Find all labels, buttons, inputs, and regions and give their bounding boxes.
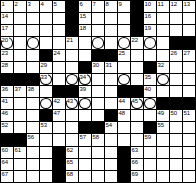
grid-cell-r11c6[interactable] <box>66 122 78 133</box>
clue-number: 69 <box>132 171 139 177</box>
grid-cell-r5c6[interactable] <box>66 50 78 61</box>
grid-cell-r7c10[interactable] <box>118 74 130 85</box>
clue-number: 13 <box>184 1 191 7</box>
grid-cell-r14c13[interactable] <box>157 159 169 170</box>
grid-cell-r9c5[interactable]: 42 <box>53 98 65 109</box>
grid-cell-r3c5[interactable] <box>53 25 65 36</box>
grid-cell-r7c11[interactable] <box>131 74 143 85</box>
grid-cell-r13c15[interactable] <box>183 147 195 158</box>
clue-number: 63 <box>132 147 139 153</box>
clue-number: 12 <box>171 1 178 7</box>
grid-cell-r1c4[interactable]: 4 <box>40 1 52 12</box>
grid-cell-r6c6[interactable] <box>66 62 78 73</box>
grid-cell-r8c13[interactable] <box>157 86 169 97</box>
grid-cell-r3c9[interactable] <box>105 25 117 36</box>
grid-cell-r4c10[interactable] <box>118 37 130 48</box>
clue-number: 15 <box>80 13 87 19</box>
grid-cell-r6c15[interactable] <box>183 62 195 73</box>
grid-cell-r15c15[interactable] <box>183 171 195 182</box>
block-cell-r7c1 <box>1 74 13 85</box>
grid-cell-r14c3[interactable] <box>27 159 39 170</box>
grid-cell-r15c11[interactable]: 69 <box>131 171 143 182</box>
grid-cell-r6c13[interactable]: 32 <box>157 62 169 73</box>
grid-cell-r15c2[interactable] <box>14 171 26 182</box>
grid-cell-r1c13[interactable]: 11 <box>157 1 169 12</box>
grid-cell-r11c10[interactable] <box>118 122 130 133</box>
clue-number: 21 <box>67 37 74 43</box>
block-cell-r6c12 <box>144 62 156 73</box>
grid-cell-r15c8[interactable] <box>92 171 104 182</box>
grid-cell-r4c2[interactable] <box>14 37 26 48</box>
grid-cell-r6c3[interactable] <box>27 62 39 73</box>
block-cell-r11c8 <box>92 122 104 133</box>
block-cell-r10c4 <box>40 110 52 121</box>
grid-cell-r15c7[interactable] <box>79 171 91 182</box>
grid-cell-r3c14[interactable] <box>170 25 182 36</box>
grid-cell-r9c8[interactable] <box>92 98 104 109</box>
clue-number: 29 <box>41 62 48 68</box>
grid-cell-r13c4[interactable] <box>40 147 52 158</box>
clue-number: 6 <box>80 1 84 7</box>
grid-cell-r5c7[interactable] <box>79 50 91 61</box>
grid-cell-r8c12[interactable]: 40 <box>144 86 156 97</box>
grid-cell-r7c7[interactable]: 34 <box>79 74 91 85</box>
crossword-board: 1234567891011121314151617181920212223242… <box>0 0 196 183</box>
clue-number: 62 <box>67 147 74 153</box>
clue-number: 56 <box>28 134 35 140</box>
grid-cell-r8c14[interactable] <box>170 86 182 97</box>
grid-cell-r7c14[interactable] <box>170 74 182 85</box>
clue-number: 35 <box>145 74 152 80</box>
grid-cell-r4c3[interactable] <box>27 37 39 48</box>
grid-cell-r15c13[interactable] <box>157 171 169 182</box>
block-cell-r12c1 <box>1 134 13 145</box>
grid-cell-r7c8[interactable] <box>92 74 104 85</box>
clue-number: 18 <box>80 25 87 31</box>
grid-cell-r3c4[interactable] <box>40 25 52 36</box>
grid-cell-r13c1[interactable]: 60 <box>1 147 13 158</box>
grid-cell-r1c3[interactable]: 3 <box>27 1 39 12</box>
block-cell-r12c2 <box>14 134 26 145</box>
grid-cell-r8c3[interactable]: 38 <box>27 86 39 97</box>
grid-cell-r3c2[interactable] <box>14 25 26 36</box>
clue-number: 44 <box>119 98 126 104</box>
grid-cell-r12c4[interactable] <box>40 134 52 145</box>
grid-cell-r1c9[interactable]: 8 <box>105 1 117 12</box>
grid-cell-r4c7[interactable] <box>79 37 91 48</box>
grid-cell-r7c6[interactable] <box>66 74 78 85</box>
grid-cell-r15c14[interactable] <box>170 171 182 182</box>
block-cell-r15c10 <box>118 171 130 182</box>
grid-cell-r5c11[interactable] <box>131 50 143 61</box>
clue-number: 25 <box>119 50 126 56</box>
block-cell-r2c6 <box>66 13 78 24</box>
clue-number: 57 <box>80 134 87 140</box>
grid-cell-r15c9[interactable] <box>105 171 117 182</box>
grid-cell-r2c2[interactable] <box>14 13 26 24</box>
grid-cell-r10c5[interactable]: 47 <box>53 110 65 121</box>
grid-cell-r12c3[interactable]: 56 <box>27 134 39 145</box>
circle-marker <box>27 37 39 48</box>
grid-cell-r11c11[interactable] <box>131 122 143 133</box>
clue-number: 60 <box>2 147 9 153</box>
grid-cell-r5c15[interactable]: 27 <box>183 50 195 61</box>
grid-cell-r9c6[interactable]: 43 <box>66 98 78 109</box>
grid-cell-r9c3[interactable] <box>27 98 39 109</box>
grid-cell-r4c12[interactable] <box>144 37 156 48</box>
clue-number: 52 <box>2 122 9 128</box>
grid-cell-r14c9[interactable] <box>105 159 117 170</box>
grid-cell-r2c10[interactable] <box>118 13 130 24</box>
grid-cell-r6c1[interactable]: 28 <box>1 62 13 73</box>
grid-cell-r12c6[interactable] <box>66 134 78 145</box>
clue-number: 24 <box>54 50 61 56</box>
grid-cell-r6c9[interactable]: 31 <box>105 62 117 73</box>
clue-number: 30 <box>93 62 100 68</box>
grid-cell-r11c9[interactable]: 54 <box>105 122 117 133</box>
grid-cell-r2c1[interactable]: 14 <box>1 13 13 24</box>
grid-cell-r10c7[interactable] <box>79 110 91 121</box>
grid-cell-r7c12[interactable]: 35 <box>144 74 156 85</box>
clue-number: 28 <box>2 62 9 68</box>
grid-cell-r7c9[interactable] <box>105 74 117 85</box>
clue-number: 17 <box>2 25 9 31</box>
grid-cell-r14c15[interactable] <box>183 159 195 170</box>
grid-cell-r13c13[interactable] <box>157 147 169 158</box>
clue-number: 68 <box>67 171 74 177</box>
grid-cell-r11c13[interactable]: 55 <box>157 122 169 133</box>
circle-marker <box>118 37 130 48</box>
clue-number: 40 <box>145 86 152 92</box>
grid-cell-r2c7[interactable]: 15 <box>79 13 91 24</box>
grid-cell-r13c14[interactable] <box>170 147 182 158</box>
circle-marker <box>118 74 130 85</box>
clue-number: 4 <box>41 1 45 7</box>
grid-cell-r3c7[interactable]: 18 <box>79 25 91 36</box>
clue-number: 22 <box>132 37 139 43</box>
clue-number: 37 <box>15 86 22 92</box>
grid-cell-r7c15[interactable] <box>183 74 195 85</box>
block-cell-r9c14 <box>170 98 182 109</box>
block-cell-r7c3 <box>27 74 39 85</box>
block-cell-r14c5 <box>53 159 65 170</box>
grid-cell-r3c3[interactable] <box>27 25 39 36</box>
grid-cell-r4c5[interactable] <box>53 37 65 48</box>
grid-cell-r13c7[interactable] <box>79 147 91 158</box>
grid-cell-r11c3[interactable] <box>27 122 39 133</box>
grid-cell-r7c4[interactable]: 33 <box>40 74 52 85</box>
grid-cell-r13c12[interactable] <box>144 147 156 158</box>
clue-number: 8 <box>106 1 110 7</box>
grid-cell-r6c2[interactable] <box>14 62 26 73</box>
clue-number: 31 <box>106 62 113 68</box>
clue-number: 65 <box>67 159 74 165</box>
grid-cell-r3c13[interactable] <box>157 25 169 36</box>
clue-number: 16 <box>145 13 152 19</box>
block-cell-r1c11 <box>131 1 143 12</box>
clue-number: 41 <box>2 98 9 104</box>
grid-cell-r1c7[interactable]: 6 <box>79 1 91 12</box>
grid-cell-r13c2[interactable]: 61 <box>14 147 26 158</box>
block-cell-r13c10 <box>118 147 130 158</box>
grid-cell-r11c14[interactable] <box>170 122 182 133</box>
grid-cell-r1c12[interactable]: 10 <box>144 1 156 12</box>
grid-cell-r14c14[interactable] <box>170 159 182 170</box>
grid-cell-r3c12[interactable]: 19 <box>144 25 156 36</box>
grid-cell-r14c11[interactable]: 66 <box>131 159 143 170</box>
clue-number: 9 <box>119 1 123 7</box>
clue-number: 45 <box>132 98 139 104</box>
grid-cell-r4c9[interactable] <box>105 37 117 48</box>
grid-cell-r4c13[interactable] <box>157 37 169 48</box>
block-cell-r3c11 <box>131 25 143 36</box>
circle-marker <box>92 37 104 48</box>
grid-cell-r6c4[interactable]: 29 <box>40 62 52 73</box>
grid-cell-r6c8[interactable]: 30 <box>92 62 104 73</box>
clue-number: 19 <box>145 25 152 31</box>
clue-number: 7 <box>93 1 97 7</box>
circle-marker <box>79 98 91 109</box>
grid-cell-r8c2[interactable]: 37 <box>14 86 26 97</box>
clue-number: 5 <box>54 1 58 7</box>
grid-cell-r2c9[interactable] <box>105 13 117 24</box>
grid-cell-r9c9[interactable] <box>105 98 117 109</box>
block-cell-r15c5 <box>53 171 65 182</box>
block-cell-r7c2 <box>14 74 26 85</box>
clue-number: 3 <box>28 1 32 7</box>
grid-cell-r1c15[interactable]: 13 <box>183 1 195 12</box>
clue-number: 64 <box>2 159 9 165</box>
block-cell-r9c15 <box>183 98 195 109</box>
grid-cell-r10c8[interactable] <box>92 110 104 121</box>
grid-cell-r2c3[interactable] <box>27 13 39 24</box>
grid-cell-r11c5[interactable] <box>53 122 65 133</box>
clue-number: 47 <box>54 110 61 116</box>
grid-cell-r8c8[interactable] <box>92 86 104 97</box>
grid-cell-r14c2[interactable] <box>14 159 26 170</box>
grid-cell-r1c14[interactable]: 12 <box>170 1 182 12</box>
block-cell-r8c10 <box>118 86 130 97</box>
grid-cell-r5c13[interactable] <box>157 50 169 61</box>
grid-cell-r10c2[interactable] <box>14 110 26 121</box>
clue-number: 61 <box>15 147 22 153</box>
grid-cell-r5c5[interactable]: 24 <box>53 50 65 61</box>
clue-number: 32 <box>158 62 165 68</box>
block-cell-r2c11 <box>131 13 143 24</box>
clue-number: 14 <box>2 13 9 19</box>
circle-marker <box>144 98 156 109</box>
clue-number: 55 <box>158 122 165 128</box>
grid-cell-r2c5[interactable] <box>53 13 65 24</box>
grid-cell-r15c12[interactable] <box>144 171 156 182</box>
grid-cell-r7c5[interactable] <box>53 74 65 85</box>
grid-cell-r2c4[interactable] <box>40 13 52 24</box>
grid-cell-r2c15[interactable] <box>183 13 195 24</box>
grid-cell-r6c11[interactable] <box>131 62 143 73</box>
grid-cell-r6c5[interactable] <box>53 62 65 73</box>
grid-cell-r12c11[interactable] <box>131 134 143 145</box>
clue-number: 58 <box>93 134 100 140</box>
grid-cell-r8c7[interactable]: 39 <box>79 86 91 97</box>
grid-cell-r4c8[interactable] <box>92 37 104 48</box>
block-cell-r4c14 <box>170 37 182 48</box>
grid-cell-r10c10[interactable]: 48 <box>118 110 130 121</box>
grid-cell-r14c4[interactable] <box>40 159 52 170</box>
grid-cell-r1c10[interactable]: 9 <box>118 1 130 12</box>
clue-number: 26 <box>171 50 178 56</box>
block-cell-r1c6 <box>66 1 78 12</box>
grid-cell-r11c1[interactable]: 52 <box>1 122 13 133</box>
grid-cell-r6c10[interactable] <box>118 62 130 73</box>
grid-cell-r15c1[interactable]: 67 <box>1 171 13 182</box>
grid-cell-r13c9[interactable] <box>105 147 117 158</box>
grid-cell-r4c11[interactable]: 22 <box>131 37 143 48</box>
grid-cell-r13c6[interactable]: 62 <box>66 147 78 158</box>
grid-cell-r15c6[interactable]: 68 <box>66 171 78 182</box>
clue-number: 2 <box>15 1 19 7</box>
grid-cell-r14c8[interactable] <box>92 159 104 170</box>
circle-marker <box>66 74 78 85</box>
circle-marker <box>144 37 156 48</box>
grid-cell-r14c7[interactable] <box>79 159 91 170</box>
block-cell-r11c7 <box>79 122 91 133</box>
grid-cell-r9c2[interactable] <box>14 98 26 109</box>
clue-number: 27 <box>184 50 191 56</box>
clue-number: 66 <box>132 159 139 165</box>
clue-number: 50 <box>171 110 178 116</box>
grid-cell-r9c10[interactable]: 44 <box>118 98 130 109</box>
clue-number: 67 <box>2 171 9 177</box>
grid-cell-r3c10[interactable] <box>118 25 130 36</box>
clue-number: 23 <box>2 50 9 56</box>
grid-cell-r12c13[interactable] <box>157 134 169 145</box>
clue-number: 54 <box>106 122 113 128</box>
grid-cell-r5c2[interactable] <box>14 50 26 61</box>
grid-cell-r11c2[interactable] <box>14 122 26 133</box>
grid-cell-r5c3[interactable] <box>27 50 39 61</box>
block-cell-r5c9 <box>105 50 117 61</box>
grid-cell-r10c1[interactable]: 46 <box>1 110 13 121</box>
grid-cell-r12c9[interactable] <box>105 134 117 145</box>
block-cell-r10c9 <box>105 110 117 121</box>
clue-number: 33 <box>41 74 48 80</box>
grid-cell-r7c13[interactable] <box>157 74 169 85</box>
grid-cell-r5c14[interactable]: 26 <box>170 50 182 61</box>
grid-cell-r8c1[interactable]: 36 <box>1 86 13 97</box>
grid-cell-r13c11[interactable]: 63 <box>131 147 143 158</box>
block-cell-r3c6 <box>66 25 78 36</box>
grid-cell-r12c5[interactable] <box>53 134 65 145</box>
grid-cell-r12c7[interactable]: 57 <box>79 134 91 145</box>
grid-cell-r4c1[interactable]: 20 <box>1 37 13 48</box>
grid-cell-r8c9[interactable] <box>105 86 117 97</box>
clue-number: 34 <box>80 74 87 80</box>
grid-cell-r15c4[interactable] <box>40 171 52 182</box>
grid-cell-r8c15[interactable] <box>183 86 195 97</box>
block-cell-r8c6 <box>66 86 78 97</box>
grid-cell-r14c12[interactable] <box>144 159 156 170</box>
circle-marker <box>40 98 52 109</box>
grid-cell-r10c14[interactable]: 50 <box>170 110 182 121</box>
circle-marker <box>157 74 169 85</box>
grid-cell-r12c12[interactable]: 59 <box>144 134 156 145</box>
clue-number: 53 <box>41 122 48 128</box>
grid-cell-r9c1[interactable]: 41 <box>1 98 13 109</box>
grid-cell-r13c3[interactable] <box>27 147 39 158</box>
grid-cell-r15c3[interactable] <box>27 171 39 182</box>
grid-cell-r1c1[interactable]: 1 <box>1 1 13 12</box>
block-cell-r13c5 <box>53 147 65 158</box>
grid-cell-r3c1[interactable]: 17 <box>1 25 13 36</box>
grid-cell-r9c4[interactable] <box>40 98 52 109</box>
block-cell-r8c5 <box>53 86 65 97</box>
grid-cell-r12c14[interactable] <box>170 134 182 145</box>
block-cell-r9c13 <box>157 98 169 109</box>
grid-cell-r2c14[interactable] <box>170 13 182 24</box>
clue-number: 11 <box>158 1 165 7</box>
clue-number: 42 <box>54 98 61 104</box>
grid-cell-r10c6[interactable] <box>66 110 78 121</box>
clue-number: 43 <box>67 98 74 104</box>
block-cell-r5c8 <box>92 50 104 61</box>
grid-cell-r14c6[interactable]: 65 <box>66 159 78 170</box>
clue-number: 20 <box>2 37 9 43</box>
clue-number: 48 <box>119 110 126 116</box>
grid-cell-r8c4[interactable] <box>40 86 52 97</box>
clue-number: 59 <box>145 134 152 140</box>
grid-cell-r10c13[interactable]: 49 <box>157 110 169 121</box>
grid-cell-r1c8[interactable]: 7 <box>92 1 104 12</box>
grid-cell-r5c1[interactable]: 23 <box>1 50 13 61</box>
grid-cell-r12c15[interactable] <box>183 134 195 145</box>
grid-cell-r2c13[interactable] <box>157 13 169 24</box>
block-cell-r14c10 <box>118 159 130 170</box>
grid-cell-r5c12[interactable] <box>144 50 156 61</box>
grid-cell-r1c2[interactable]: 2 <box>14 1 26 12</box>
grid-cell-r12c8[interactable]: 58 <box>92 134 104 145</box>
clue-number: 39 <box>80 86 87 92</box>
grid-cell-r14c1[interactable]: 64 <box>1 159 13 170</box>
grid-cell-r2c8[interactable] <box>92 13 104 24</box>
grid-cell-r6c14[interactable] <box>170 62 182 73</box>
clue-number: 1 <box>2 1 6 7</box>
clue-number: 51 <box>184 110 191 116</box>
grid-cell-r11c15[interactable] <box>183 122 195 133</box>
grid-cell-r10c11[interactable] <box>131 110 143 121</box>
grid-cell-r2c12[interactable]: 16 <box>144 13 156 24</box>
grid-cell-r11c4[interactable]: 53 <box>40 122 52 133</box>
grid-cell-r9c7[interactable] <box>79 98 91 109</box>
grid-cell-r10c12[interactable] <box>144 110 156 121</box>
grid-cell-r4c6[interactable]: 21 <box>66 37 78 48</box>
grid-cell-r3c8[interactable] <box>92 25 104 36</box>
grid-cell-r13c8[interactable] <box>92 147 104 158</box>
grid-cell-r12c10[interactable] <box>118 134 130 145</box>
grid-cell-r4c4[interactable] <box>40 37 52 48</box>
grid-cell-r10c15[interactable]: 51 <box>183 110 195 121</box>
grid-cell-r10c3[interactable] <box>27 110 39 121</box>
grid-cell-r1c5[interactable]: 5 <box>53 1 65 12</box>
clue-number: 36 <box>2 86 9 92</box>
grid-cell-r9c12[interactable] <box>144 98 156 109</box>
block-cell-r8c11 <box>131 86 143 97</box>
block-cell-r6c7 <box>79 62 91 73</box>
block-cell-r5c4 <box>40 50 52 61</box>
block-cell-r4c15 <box>183 37 195 48</box>
grid-cell-r3c15[interactable] <box>183 25 195 36</box>
grid-cell-r9c11[interactable]: 45 <box>131 98 143 109</box>
grid-cell-r5c10[interactable]: 25 <box>118 50 130 61</box>
